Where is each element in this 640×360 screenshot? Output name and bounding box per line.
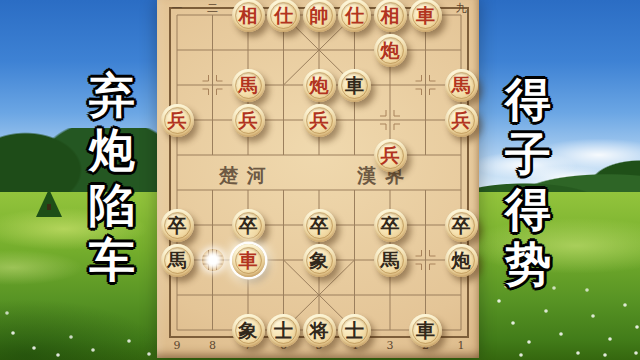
piece-character: 馬 bbox=[168, 244, 187, 277]
caption-char: 弃 bbox=[89, 68, 135, 123]
caption-char: 得 bbox=[505, 182, 551, 237]
caption-char: 得 bbox=[505, 72, 551, 127]
piece-red-shuai[interactable]: 帥 bbox=[303, 0, 336, 32]
board-grid bbox=[157, 0, 479, 358]
piece-character: 馬 bbox=[381, 244, 400, 277]
piece-black-zu[interactable]: 卒 bbox=[303, 209, 336, 242]
piece-red-bing[interactable]: 兵 bbox=[445, 104, 478, 137]
pine-tree-trunk bbox=[47, 204, 51, 210]
piece-black-ju[interactable]: 車 bbox=[409, 314, 442, 347]
file-label: 9 bbox=[167, 339, 187, 352]
piece-character: 車 bbox=[416, 0, 435, 32]
screenshot-stage: 弃炮陷车 得子得势 一二三四五六七八九 987654321 楚河 漢界 相仕帥仕… bbox=[0, 0, 640, 360]
piece-character: 兵 bbox=[168, 104, 187, 137]
piece-character: 卒 bbox=[168, 209, 187, 242]
piece-black-zu[interactable]: 卒 bbox=[161, 209, 194, 242]
piece-red-xiang[interactable]: 相 bbox=[232, 0, 265, 32]
piece-character: 卒 bbox=[381, 209, 400, 242]
river-label-chu: 楚河 bbox=[219, 163, 275, 189]
piece-character: 馬 bbox=[452, 69, 471, 102]
file-label: 8 bbox=[203, 339, 223, 352]
piece-character: 卒 bbox=[310, 209, 329, 242]
piece-black-ma[interactable]: 馬 bbox=[161, 244, 194, 277]
piece-red-shi[interactable]: 仕 bbox=[338, 0, 371, 32]
piece-character: 相 bbox=[381, 0, 400, 32]
piece-character: 兵 bbox=[381, 139, 400, 172]
piece-character: 卒 bbox=[239, 209, 258, 242]
piece-black-xiang[interactable]: 象 bbox=[232, 314, 265, 347]
piece-red-ju[interactable]: 車 bbox=[232, 244, 265, 277]
piece-black-shi[interactable]: 士 bbox=[338, 314, 371, 347]
piece-character: 兵 bbox=[452, 104, 471, 137]
piece-character: 兵 bbox=[239, 104, 258, 137]
caption-char: 势 bbox=[505, 237, 551, 292]
piece-black-jiang[interactable]: 将 bbox=[303, 314, 336, 347]
piece-character: 炮 bbox=[452, 244, 471, 277]
piece-red-ma[interactable]: 馬 bbox=[232, 69, 265, 102]
file-label: 二 bbox=[203, 1, 223, 16]
piece-character: 兵 bbox=[310, 104, 329, 137]
piece-red-bing[interactable]: 兵 bbox=[374, 139, 407, 172]
piece-red-pao[interactable]: 炮 bbox=[374, 34, 407, 67]
piece-red-ju[interactable]: 車 bbox=[409, 0, 442, 32]
meadow-flowers bbox=[0, 0, 2, 2]
move-origin-glow bbox=[202, 249, 224, 271]
piece-red-bing[interactable]: 兵 bbox=[303, 104, 336, 137]
piece-character: 士 bbox=[274, 314, 293, 347]
caption-char: 炮 bbox=[89, 123, 135, 178]
piece-black-zu[interactable]: 卒 bbox=[374, 209, 407, 242]
pine-tree bbox=[36, 176, 62, 217]
piece-red-ma[interactable]: 馬 bbox=[445, 69, 478, 102]
piece-character: 車 bbox=[239, 244, 258, 277]
caption-char: 陷 bbox=[89, 178, 135, 233]
piece-black-shi[interactable]: 士 bbox=[267, 314, 300, 347]
piece-black-pao[interactable]: 炮 bbox=[445, 244, 478, 277]
board-panel[interactable]: 一二三四五六七八九 987654321 楚河 漢界 相仕帥仕相車炮馬炮車馬兵兵兵… bbox=[157, 0, 479, 358]
piece-black-zu[interactable]: 卒 bbox=[232, 209, 265, 242]
piece-character: 車 bbox=[345, 69, 364, 102]
piece-red-pao[interactable]: 炮 bbox=[303, 69, 336, 102]
piece-black-zu[interactable]: 卒 bbox=[445, 209, 478, 242]
piece-red-bing[interactable]: 兵 bbox=[161, 104, 194, 137]
file-label: 九 bbox=[451, 1, 471, 16]
piece-black-ju[interactable]: 車 bbox=[338, 69, 371, 102]
piece-red-xiang[interactable]: 相 bbox=[374, 0, 407, 32]
piece-black-ma[interactable]: 馬 bbox=[374, 244, 407, 277]
caption-left: 弃炮陷车 bbox=[84, 68, 140, 288]
caption-right: 得子得势 bbox=[500, 72, 556, 292]
piece-character: 炮 bbox=[381, 34, 400, 67]
piece-character: 相 bbox=[239, 0, 258, 32]
piece-character: 仕 bbox=[345, 0, 364, 32]
piece-red-shi[interactable]: 仕 bbox=[267, 0, 300, 32]
piece-character: 帥 bbox=[310, 0, 329, 32]
piece-character: 士 bbox=[345, 314, 364, 347]
piece-character: 象 bbox=[310, 244, 329, 277]
piece-character: 車 bbox=[416, 314, 435, 347]
piece-character: 仕 bbox=[274, 0, 293, 32]
piece-character: 象 bbox=[239, 314, 258, 347]
caption-char: 子 bbox=[505, 127, 551, 182]
piece-character: 将 bbox=[310, 314, 329, 347]
file-label: 一 bbox=[167, 1, 187, 16]
piece-character: 馬 bbox=[239, 69, 258, 102]
caption-char: 车 bbox=[89, 233, 135, 288]
piece-character: 炮 bbox=[310, 69, 329, 102]
file-label: 3 bbox=[380, 339, 400, 352]
piece-character: 卒 bbox=[452, 209, 471, 242]
piece-black-xiang[interactable]: 象 bbox=[303, 244, 336, 277]
piece-red-bing[interactable]: 兵 bbox=[232, 104, 265, 137]
file-label: 1 bbox=[451, 339, 471, 352]
